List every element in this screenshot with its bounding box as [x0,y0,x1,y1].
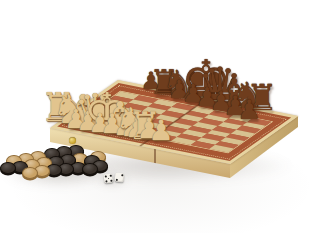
die-showing-2 [115,173,125,183]
die-showing-5 [103,173,113,183]
dark-checker-disc [0,162,16,174]
brass-clasp-icon [69,137,76,144]
die-pip [110,180,112,182]
die-pip [107,177,109,179]
die-pip [121,174,123,176]
light-checker-disc [22,167,38,179]
product-photo-scene: ♜♞♝♛♚♝♞♜♟♟♟♟♟♟♟♟♜♞♝♚♛♝♞♜♟♟♟♟♟♟♟♟ [0,0,310,233]
die-pip [116,179,118,181]
die-pip [110,174,112,176]
die-pip [105,180,107,182]
dark-checker-disc [82,163,98,175]
die-pip [104,175,106,177]
